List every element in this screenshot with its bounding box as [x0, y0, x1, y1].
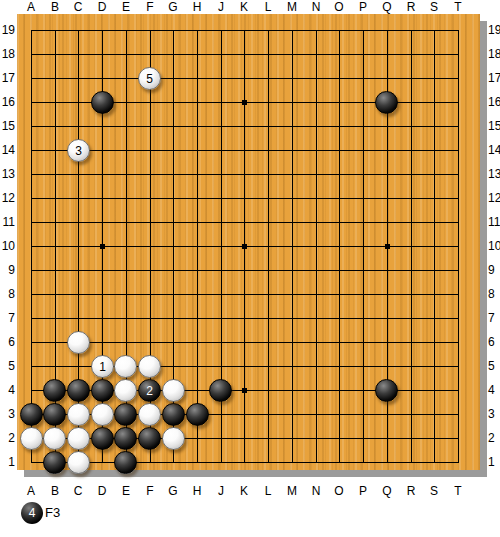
grid-line-vertical	[339, 30, 340, 463]
grid-line-vertical	[434, 30, 435, 463]
coord-label-top-e: E	[117, 0, 135, 14]
stone-white-g4	[162, 379, 185, 402]
coord-label-left-18: 18	[0, 47, 15, 61]
coord-label-top-l: L	[259, 0, 277, 14]
go-diagram: AABBCCDDEEFFGGHHJJKKLLMMNNOOPPQQRRSSTT19…	[0, 0, 500, 537]
coord-label-right-8: 8	[488, 287, 500, 301]
stone-white-a2	[20, 427, 43, 450]
grid-line-horizontal	[31, 462, 459, 463]
coord-label-bottom-f: F	[141, 484, 159, 498]
stone-white-b2	[43, 427, 66, 450]
coord-label-top-a: A	[22, 0, 40, 14]
coord-label-top-s: S	[425, 0, 443, 14]
coord-label-bottom-r: R	[402, 484, 420, 498]
star-point-q10	[385, 244, 390, 249]
move-number-label: 1	[92, 356, 113, 377]
coord-label-left-2: 2	[0, 431, 15, 445]
coord-label-bottom-n: N	[307, 484, 325, 498]
grid-line-horizontal	[31, 150, 459, 151]
coord-label-left-8: 8	[0, 287, 15, 301]
stone-white-c1	[67, 451, 90, 474]
coord-label-top-m: M	[283, 0, 301, 14]
coord-label-left-11: 11	[0, 215, 15, 229]
caption: 4 F3	[0, 500, 200, 530]
grid-line-horizontal	[31, 78, 459, 79]
stone-black-g3	[162, 403, 185, 426]
coord-label-top-o: O	[330, 0, 348, 14]
grid-line-horizontal	[31, 270, 459, 271]
stone-black-f4: 2	[138, 379, 161, 402]
coord-label-bottom-t: T	[449, 484, 467, 498]
grid-line-horizontal	[31, 198, 459, 199]
coord-label-top-t: T	[449, 0, 467, 14]
grid-line-horizontal	[31, 294, 459, 295]
grid-line-vertical	[458, 30, 459, 463]
coord-label-bottom-c: C	[69, 484, 87, 498]
grid-line-vertical	[268, 30, 269, 463]
grid-line-horizontal	[31, 30, 459, 31]
grid-line-vertical	[316, 30, 317, 463]
stone-white-g2	[162, 427, 185, 450]
grid-line-vertical	[363, 30, 364, 463]
stone-black-f2	[138, 427, 161, 450]
grid-line-horizontal	[31, 222, 459, 223]
stone-white-d5: 1	[91, 355, 114, 378]
coord-label-bottom-e: E	[117, 484, 135, 498]
coord-label-right-2: 2	[488, 431, 500, 445]
caption-move-stone: 4	[21, 502, 43, 524]
coord-label-left-7: 7	[0, 311, 15, 325]
stone-black-b1	[43, 451, 66, 474]
coord-label-right-4: 4	[488, 383, 500, 397]
coord-label-left-1: 1	[0, 455, 15, 469]
stone-white-e4	[114, 379, 137, 402]
stone-white-e5	[114, 355, 137, 378]
stone-black-d16	[91, 91, 114, 114]
coord-label-left-12: 12	[0, 191, 15, 205]
coord-label-left-13: 13	[0, 167, 15, 181]
coord-label-right-13: 13	[488, 167, 500, 181]
grid-line-vertical	[411, 30, 412, 463]
caption-move-coordinate: F3	[45, 506, 60, 520]
star-point-k4	[242, 388, 247, 393]
coord-label-bottom-b: B	[46, 484, 64, 498]
coord-label-top-b: B	[46, 0, 64, 14]
stone-black-b4	[43, 379, 66, 402]
coord-label-top-d: D	[93, 0, 111, 14]
move-number-label: 5	[139, 68, 160, 89]
stone-white-f5	[138, 355, 161, 378]
coord-label-left-17: 17	[0, 71, 15, 85]
coord-label-bottom-m: M	[283, 484, 301, 498]
stone-black-d4	[91, 379, 114, 402]
grid-line-horizontal	[31, 318, 459, 319]
caption-stone-number: 4	[29, 507, 36, 519]
coord-label-left-19: 19	[0, 23, 15, 37]
coord-label-right-1: 1	[488, 455, 500, 469]
star-point-k10	[242, 244, 247, 249]
coord-label-left-14: 14	[0, 143, 15, 157]
coord-label-bottom-s: S	[425, 484, 443, 498]
stone-black-b3	[43, 403, 66, 426]
star-point-d10	[100, 244, 105, 249]
stone-white-f17: 5	[138, 67, 161, 90]
coord-label-top-c: C	[69, 0, 87, 14]
coord-label-top-h: H	[188, 0, 206, 14]
coord-label-top-n: N	[307, 0, 325, 14]
grid-line-horizontal	[31, 54, 459, 55]
stone-white-c14: 3	[67, 139, 90, 162]
grid-line-horizontal	[31, 342, 459, 343]
coord-label-left-10: 10	[0, 239, 15, 253]
stone-white-f3	[138, 403, 161, 426]
grid-line-horizontal	[31, 126, 459, 127]
coord-label-bottom-o: O	[330, 484, 348, 498]
coord-label-right-9: 9	[488, 263, 500, 277]
coord-label-left-3: 3	[0, 407, 15, 421]
stone-black-e3	[114, 403, 137, 426]
coord-label-right-18: 18	[488, 47, 500, 61]
coord-label-right-17: 17	[488, 71, 500, 85]
coord-label-left-9: 9	[0, 263, 15, 277]
stone-black-h3	[186, 403, 209, 426]
coord-label-top-j: J	[212, 0, 230, 14]
coord-label-top-r: R	[402, 0, 420, 14]
coord-label-right-3: 3	[488, 407, 500, 421]
coord-label-left-4: 4	[0, 383, 15, 397]
grid-line-vertical	[292, 30, 293, 463]
stone-black-e1	[114, 451, 137, 474]
coord-label-bottom-p: P	[354, 484, 372, 498]
stone-black-d2	[91, 427, 114, 450]
move-number-label: 2	[139, 380, 160, 401]
stone-white-c6	[67, 331, 90, 354]
coord-label-left-6: 6	[0, 335, 15, 349]
coord-label-bottom-j: J	[212, 484, 230, 498]
coord-label-top-p: P	[354, 0, 372, 14]
coord-label-right-19: 19	[488, 23, 500, 37]
coord-label-top-g: G	[164, 0, 182, 14]
stone-black-q4	[375, 379, 398, 402]
coord-label-right-14: 14	[488, 143, 500, 157]
coord-label-bottom-a: A	[22, 484, 40, 498]
coord-label-bottom-g: G	[164, 484, 182, 498]
coord-label-right-11: 11	[488, 215, 500, 229]
coord-label-right-12: 12	[488, 191, 500, 205]
stone-black-j4	[209, 379, 232, 402]
coord-label-top-k: K	[235, 0, 253, 14]
coord-label-top-q: Q	[378, 0, 396, 14]
coord-label-right-6: 6	[488, 335, 500, 349]
stone-white-c2	[67, 427, 90, 450]
coord-label-bottom-h: H	[188, 484, 206, 498]
stone-black-c4	[67, 379, 90, 402]
coord-label-left-15: 15	[0, 119, 15, 133]
stone-white-d3	[91, 403, 114, 426]
coord-label-bottom-q: Q	[378, 484, 396, 498]
coord-label-top-f: F	[141, 0, 159, 14]
coord-label-bottom-l: L	[259, 484, 277, 498]
grid-line-horizontal	[31, 174, 459, 175]
move-number-label: 3	[68, 140, 89, 161]
stone-black-a3	[20, 403, 43, 426]
coord-label-right-7: 7	[488, 311, 500, 325]
coord-label-right-10: 10	[488, 239, 500, 253]
coord-label-right-5: 5	[488, 359, 500, 373]
coord-label-bottom-d: D	[93, 484, 111, 498]
star-point-k16	[242, 100, 247, 105]
coord-label-right-15: 15	[488, 119, 500, 133]
coord-label-right-16: 16	[488, 95, 500, 109]
coord-label-left-5: 5	[0, 359, 15, 373]
coord-label-bottom-k: K	[235, 484, 253, 498]
stone-black-e2	[114, 427, 137, 450]
stone-white-c3	[67, 403, 90, 426]
coord-label-left-16: 16	[0, 95, 15, 109]
stone-black-q16	[375, 91, 398, 114]
